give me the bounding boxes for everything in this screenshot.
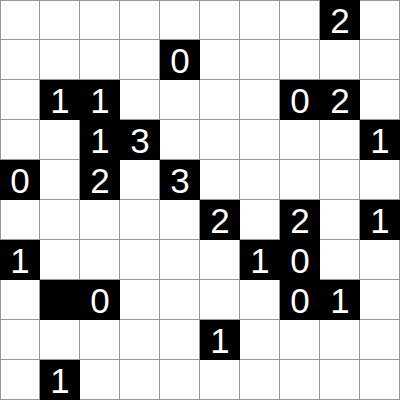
empty-cell-r8c9[interactable] (360, 320, 400, 360)
empty-cell-r9c5[interactable] (200, 360, 240, 400)
empty-cell-r4c1[interactable] (40, 160, 80, 200)
empty-cell-r8c2[interactable] (80, 320, 120, 360)
empty-cell-r2c9[interactable] (360, 80, 400, 120)
empty-cell-r9c6[interactable] (240, 360, 280, 400)
empty-cell-r5c3[interactable] (120, 200, 160, 240)
empty-cell-r9c3[interactable] (120, 360, 160, 400)
clue-cell-r2c2: 1 (80, 80, 120, 120)
empty-cell-r2c5[interactable] (200, 80, 240, 120)
empty-cell-r1c6[interactable] (240, 40, 280, 80)
empty-cell-r1c8[interactable] (320, 40, 360, 80)
empty-cell-r0c5[interactable] (200, 0, 240, 40)
empty-cell-r3c7[interactable] (280, 120, 320, 160)
empty-cell-r3c8[interactable] (320, 120, 360, 160)
empty-cell-r9c0[interactable] (0, 360, 40, 400)
empty-cell-r1c1[interactable] (40, 40, 80, 80)
empty-cell-r9c4[interactable] (160, 360, 200, 400)
empty-cell-r0c1[interactable] (40, 0, 80, 40)
clue-cell-r7c2: 0 (80, 280, 120, 320)
empty-cell-r8c1[interactable] (40, 320, 80, 360)
empty-cell-r2c0[interactable] (0, 80, 40, 120)
empty-cell-r5c6[interactable] (240, 200, 280, 240)
empty-cell-r0c2[interactable] (80, 0, 120, 40)
empty-cell-r7c6[interactable] (240, 280, 280, 320)
empty-cell-r4c8[interactable] (320, 160, 360, 200)
empty-cell-r4c9[interactable] (360, 160, 400, 200)
black-cell-r7c1 (40, 280, 80, 320)
empty-cell-r4c3[interactable] (120, 160, 160, 200)
clue-cell-r2c8: 2 (320, 80, 360, 120)
empty-cell-r2c3[interactable] (120, 80, 160, 120)
empty-cell-r0c9[interactable] (360, 0, 400, 40)
clue-cell-r2c1: 1 (40, 80, 80, 120)
clue-cell-r4c2: 2 (80, 160, 120, 200)
empty-cell-r9c7[interactable] (280, 360, 320, 400)
empty-cell-r3c1[interactable] (40, 120, 80, 160)
empty-cell-r7c3[interactable] (120, 280, 160, 320)
empty-cell-r9c2[interactable] (80, 360, 120, 400)
clue-cell-r3c2: 1 (80, 120, 120, 160)
empty-cell-r0c4[interactable] (160, 0, 200, 40)
empty-cell-r9c8[interactable] (320, 360, 360, 400)
clue-cell-r6c6: 1 (240, 240, 280, 280)
clue-cell-r7c7: 0 (280, 280, 320, 320)
clue-cell-r4c0: 0 (0, 160, 40, 200)
clue-cell-r4c4: 3 (160, 160, 200, 200)
empty-cell-r7c9[interactable] (360, 280, 400, 320)
empty-cell-r3c6[interactable] (240, 120, 280, 160)
empty-cell-r6c5[interactable] (200, 240, 240, 280)
empty-cell-r1c3[interactable] (120, 40, 160, 80)
clue-cell-r7c8: 1 (320, 280, 360, 320)
empty-cell-r6c8[interactable] (320, 240, 360, 280)
empty-cell-r2c6[interactable] (240, 80, 280, 120)
akari-board: 20110213102322111000111 (0, 0, 400, 400)
empty-cell-r6c2[interactable] (80, 240, 120, 280)
empty-cell-r1c9[interactable] (360, 40, 400, 80)
clue-cell-r1c4: 0 (160, 40, 200, 80)
empty-cell-r7c5[interactable] (200, 280, 240, 320)
empty-cell-r8c0[interactable] (0, 320, 40, 360)
empty-cell-r5c8[interactable] (320, 200, 360, 240)
clue-cell-r3c9: 1 (360, 120, 400, 160)
clue-cell-r5c5: 2 (200, 200, 240, 240)
empty-cell-r4c6[interactable] (240, 160, 280, 200)
empty-cell-r9c9[interactable] (360, 360, 400, 400)
empty-cell-r5c0[interactable] (0, 200, 40, 240)
empty-cell-r3c4[interactable] (160, 120, 200, 160)
empty-cell-r5c2[interactable] (80, 200, 120, 240)
empty-cell-r6c4[interactable] (160, 240, 200, 280)
empty-cell-r4c5[interactable] (200, 160, 240, 200)
empty-cell-r0c7[interactable] (280, 0, 320, 40)
empty-cell-r1c5[interactable] (200, 40, 240, 80)
clue-cell-r5c7: 2 (280, 200, 320, 240)
empty-cell-r8c8[interactable] (320, 320, 360, 360)
empty-cell-r6c9[interactable] (360, 240, 400, 280)
empty-cell-r8c3[interactable] (120, 320, 160, 360)
clue-cell-r6c7: 0 (280, 240, 320, 280)
clue-cell-r6c0: 1 (0, 240, 40, 280)
empty-cell-r8c7[interactable] (280, 320, 320, 360)
empty-cell-r3c5[interactable] (200, 120, 240, 160)
empty-cell-r8c4[interactable] (160, 320, 200, 360)
empty-cell-r7c4[interactable] (160, 280, 200, 320)
clue-cell-r3c3: 3 (120, 120, 160, 160)
empty-cell-r7c0[interactable] (0, 280, 40, 320)
clue-cell-r8c5: 1 (200, 320, 240, 360)
clue-cell-r9c1: 1 (40, 360, 80, 400)
empty-cell-r0c3[interactable] (120, 0, 160, 40)
clue-cell-r0c8: 2 (320, 0, 360, 40)
empty-cell-r8c6[interactable] (240, 320, 280, 360)
empty-cell-r6c3[interactable] (120, 240, 160, 280)
empty-cell-r5c4[interactable] (160, 200, 200, 240)
empty-cell-r2c4[interactable] (160, 80, 200, 120)
empty-cell-r3c0[interactable] (0, 120, 40, 160)
empty-cell-r1c7[interactable] (280, 40, 320, 80)
empty-cell-r4c7[interactable] (280, 160, 320, 200)
empty-cell-r0c6[interactable] (240, 0, 280, 40)
empty-cell-r1c2[interactable] (80, 40, 120, 80)
empty-cell-r5c1[interactable] (40, 200, 80, 240)
empty-cell-r0c0[interactable] (0, 0, 40, 40)
clue-cell-r2c7: 0 (280, 80, 320, 120)
empty-cell-r1c0[interactable] (0, 40, 40, 80)
clue-cell-r5c9: 1 (360, 200, 400, 240)
empty-cell-r6c1[interactable] (40, 240, 80, 280)
